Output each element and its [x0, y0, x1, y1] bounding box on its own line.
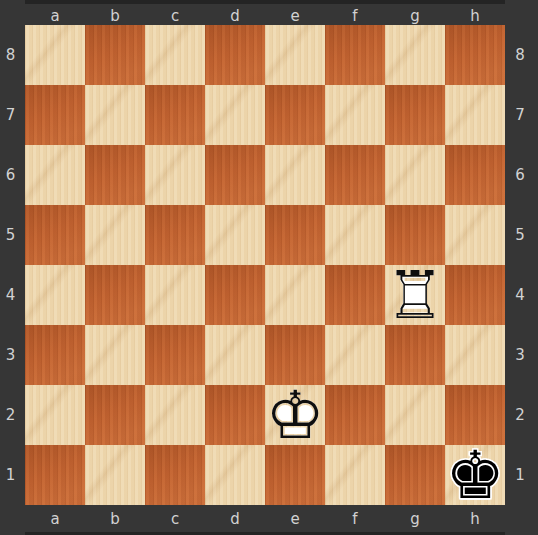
square-e3[interactable] — [265, 325, 325, 385]
square-f3[interactable] — [325, 325, 385, 385]
file-label-bottom-b: b — [85, 505, 145, 535]
square-g6[interactable] — [385, 145, 445, 205]
file-label-top-b: b — [85, 0, 145, 25]
square-h2[interactable] — [445, 385, 505, 445]
square-f8[interactable] — [325, 25, 385, 85]
square-d5[interactable] — [205, 205, 265, 265]
square-e7[interactable] — [265, 85, 325, 145]
rank-label-left-3: 3 — [0, 325, 25, 385]
square-h7[interactable] — [445, 85, 505, 145]
square-b5[interactable] — [85, 205, 145, 265]
square-b7[interactable] — [85, 85, 145, 145]
square-c7[interactable] — [145, 85, 205, 145]
square-e5[interactable] — [265, 205, 325, 265]
piece-glyph-outline: ♔ — [265, 386, 325, 446]
file-label-top-f: f — [325, 0, 385, 25]
rank-label-right-6: 6 — [505, 145, 538, 205]
square-a2[interactable] — [25, 385, 85, 445]
file-label-top-c: c — [145, 0, 205, 25]
square-d7[interactable] — [205, 85, 265, 145]
square-g3[interactable] — [385, 325, 445, 385]
file-label-bottom-a: a — [25, 505, 85, 535]
square-c2[interactable] — [145, 385, 205, 445]
square-d1[interactable] — [205, 445, 265, 505]
rank-label-left-6: 6 — [0, 145, 25, 205]
square-c8[interactable] — [145, 25, 205, 85]
square-a7[interactable] — [25, 85, 85, 145]
square-h4[interactable] — [445, 265, 505, 325]
square-h8[interactable] — [445, 25, 505, 85]
square-e2[interactable]: ♚♔ — [265, 385, 325, 445]
chess-board-frame: ♜♖♚♔♚♚ aabbccddeeffgghh8877665544332211 — [0, 0, 538, 535]
rank-label-right-1: 1 — [505, 445, 538, 505]
rank-label-left-1: 1 — [0, 445, 25, 505]
piece-white-king-e2[interactable]: ♚♔ — [265, 385, 325, 445]
square-f2[interactable] — [325, 385, 385, 445]
square-h5[interactable] — [445, 205, 505, 265]
square-a1[interactable] — [25, 445, 85, 505]
square-g8[interactable] — [385, 25, 445, 85]
square-f7[interactable] — [325, 85, 385, 145]
file-label-bottom-d: d — [205, 505, 265, 535]
rank-label-left-5: 5 — [0, 205, 25, 265]
square-b8[interactable] — [85, 25, 145, 85]
square-h1[interactable]: ♚♚ — [445, 445, 505, 505]
file-label-bottom-e: e — [265, 505, 325, 535]
file-label-top-g: g — [385, 0, 445, 25]
square-d6[interactable] — [205, 145, 265, 205]
square-f5[interactable] — [325, 205, 385, 265]
square-a6[interactable] — [25, 145, 85, 205]
rank-label-left-4: 4 — [0, 265, 25, 325]
square-d8[interactable] — [205, 25, 265, 85]
piece-white-rook-g4[interactable]: ♜♖ — [385, 265, 445, 325]
rank-label-left-2: 2 — [0, 385, 25, 445]
square-b3[interactable] — [85, 325, 145, 385]
rank-label-left-8: 8 — [0, 25, 25, 85]
piece-glyph-outline: ♚ — [445, 446, 505, 506]
square-a4[interactable] — [25, 265, 85, 325]
square-f4[interactable] — [325, 265, 385, 325]
file-label-top-h: h — [445, 0, 505, 25]
file-label-bottom-c: c — [145, 505, 205, 535]
square-b4[interactable] — [85, 265, 145, 325]
square-g7[interactable] — [385, 85, 445, 145]
rank-label-right-8: 8 — [505, 25, 538, 85]
square-g5[interactable] — [385, 205, 445, 265]
square-a8[interactable] — [25, 25, 85, 85]
square-d2[interactable] — [205, 385, 265, 445]
square-h6[interactable] — [445, 145, 505, 205]
rank-label-right-5: 5 — [505, 205, 538, 265]
file-label-bottom-g: g — [385, 505, 445, 535]
square-c4[interactable] — [145, 265, 205, 325]
square-e1[interactable] — [265, 445, 325, 505]
square-g1[interactable] — [385, 445, 445, 505]
square-c5[interactable] — [145, 205, 205, 265]
square-b1[interactable] — [85, 445, 145, 505]
square-d3[interactable] — [205, 325, 265, 385]
piece-glyph-outline: ♖ — [385, 266, 445, 326]
rank-label-right-2: 2 — [505, 385, 538, 445]
rank-label-left-7: 7 — [0, 85, 25, 145]
file-label-top-a: a — [25, 0, 85, 25]
rank-label-right-7: 7 — [505, 85, 538, 145]
square-a3[interactable] — [25, 325, 85, 385]
file-label-top-e: e — [265, 0, 325, 25]
square-e4[interactable] — [265, 265, 325, 325]
piece-black-king-h1[interactable]: ♚♚ — [445, 445, 505, 505]
square-f1[interactable] — [325, 445, 385, 505]
rank-label-right-3: 3 — [505, 325, 538, 385]
chess-board: ♜♖♚♔♚♚ — [25, 25, 505, 505]
square-f6[interactable] — [325, 145, 385, 205]
square-e8[interactable] — [265, 25, 325, 85]
file-label-top-d: d — [205, 0, 265, 25]
square-e6[interactable] — [265, 145, 325, 205]
square-c3[interactable] — [145, 325, 205, 385]
square-c1[interactable] — [145, 445, 205, 505]
rank-label-right-4: 4 — [505, 265, 538, 325]
square-a5[interactable] — [25, 205, 85, 265]
file-label-bottom-h: h — [445, 505, 505, 535]
file-label-bottom-f: f — [325, 505, 385, 535]
square-h3[interactable] — [445, 325, 505, 385]
square-g2[interactable] — [385, 385, 445, 445]
square-g4[interactable]: ♜♖ — [385, 265, 445, 325]
square-b6[interactable] — [85, 145, 145, 205]
square-b2[interactable] — [85, 385, 145, 445]
square-c6[interactable] — [145, 145, 205, 205]
square-d4[interactable] — [205, 265, 265, 325]
